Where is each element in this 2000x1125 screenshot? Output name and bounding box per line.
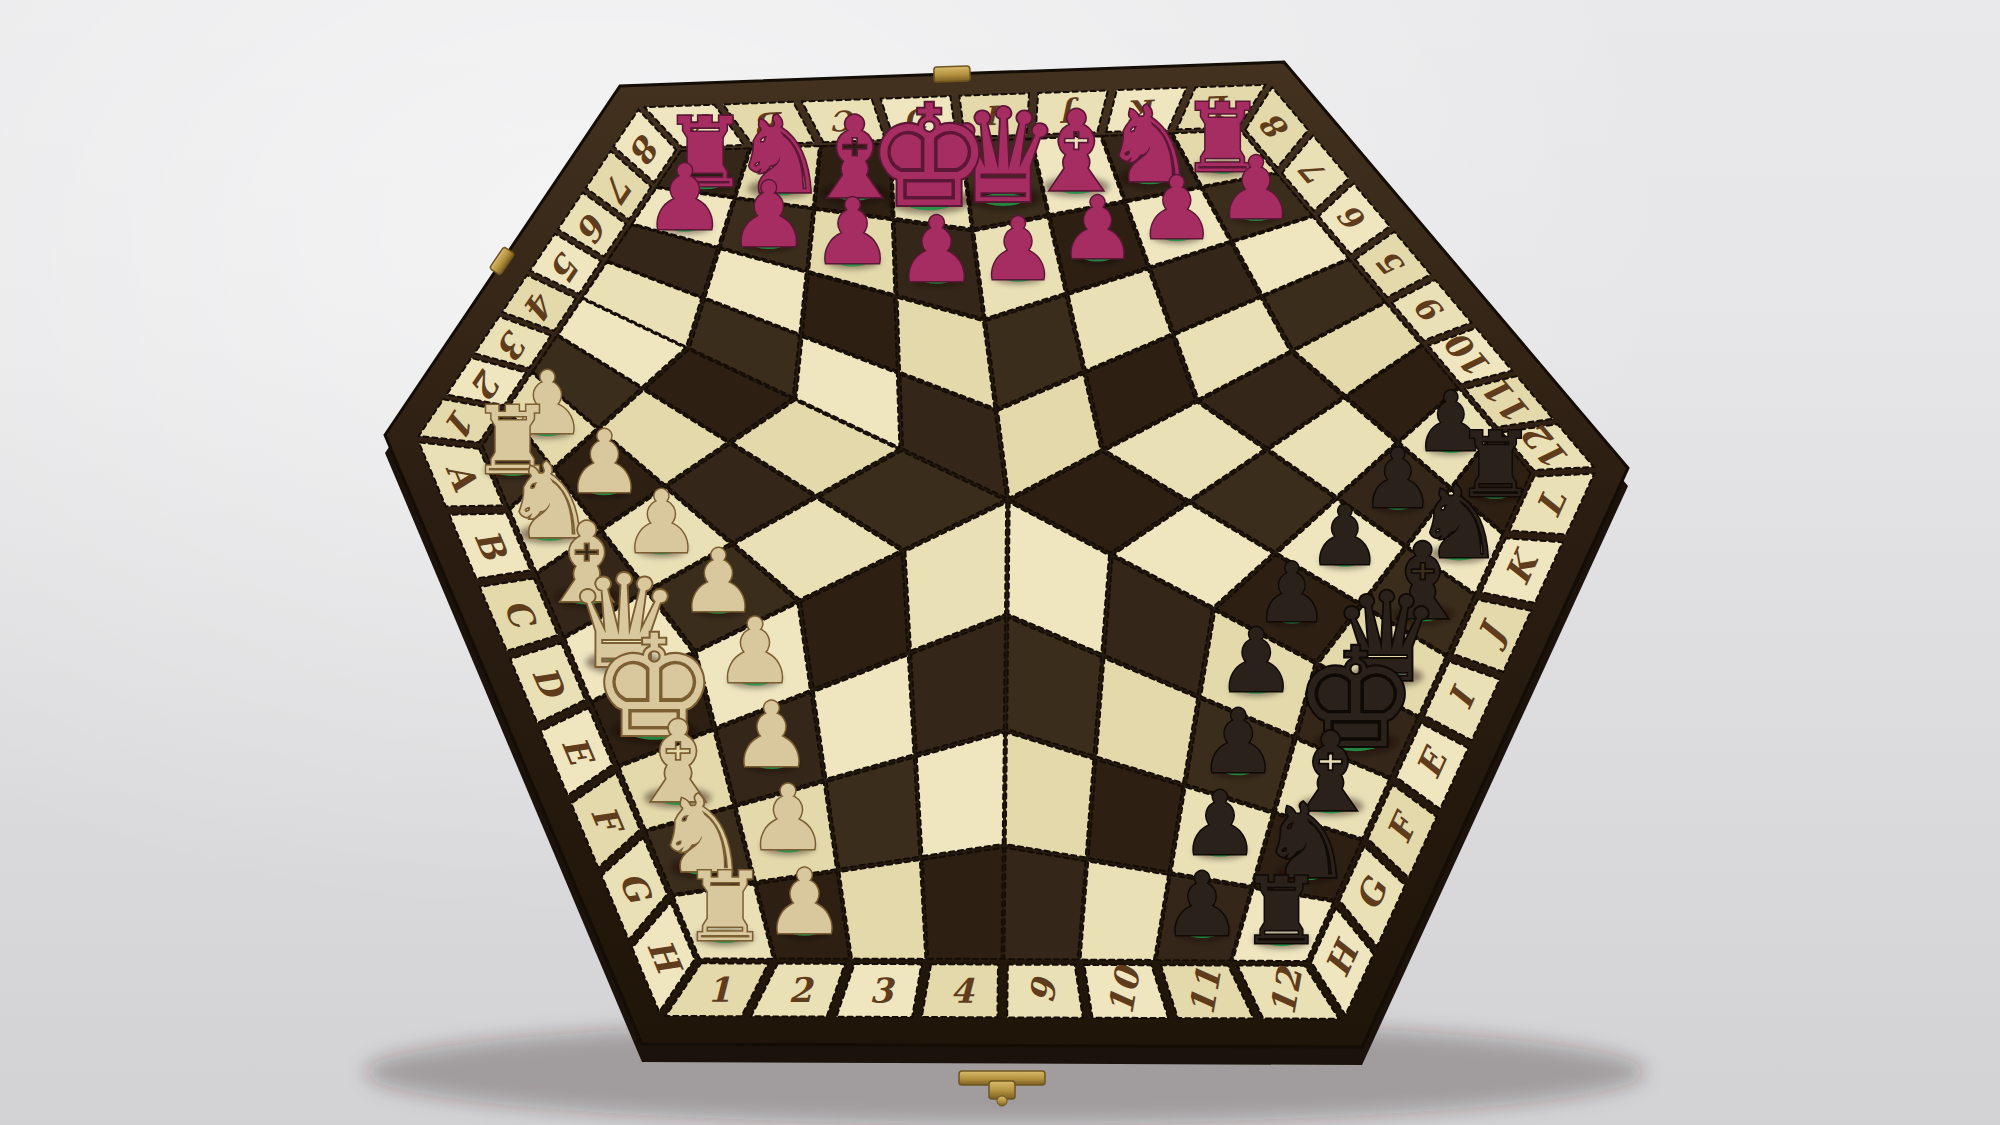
rook-glyph: ♜ [682,851,768,962]
pawn-glyph: ♟ [1138,158,1215,258]
rook-glyph: ♜ [1240,857,1323,965]
pawn-glyph: ♟ [1163,854,1242,956]
piece-magenta-P-J2[interactable]: ♟ [1059,178,1136,278]
piece-natural-R-H1[interactable]: ♜ [682,851,768,962]
pawn-glyph: ♟ [812,180,893,284]
piece-magenta-P-B2[interactable]: ♟ [728,163,809,267]
pawn-glyph: ♟ [896,198,977,302]
pawn-glyph: ♟ [1059,178,1136,278]
edge-label-bottom-6: 11 [1181,965,1229,1019]
pawn-glyph: ♟ [980,199,1057,299]
piece-dark-R-H1[interactable]: ♜ [1240,857,1323,965]
piece-dark-P-H2[interactable]: ♟ [1163,854,1242,956]
photo-background: 87654321ABCDEFGH12349101112LKJIEFGH87659… [0,0,2000,1125]
bottom-latch-knob [997,1096,1007,1106]
piece-magenta-P-I2[interactable]: ♟ [980,199,1057,299]
pawn-glyph: ♟ [645,146,726,250]
cell-dark-H3[interactable] [1081,862,1169,960]
pawn-glyph: ♟ [728,163,809,267]
piece-magenta-P-A2[interactable]: ♟ [645,146,726,250]
piece-magenta-P-K2[interactable]: ♟ [1138,158,1215,258]
three-player-chessboard: 87654321ABCDEFGH12349101112LKJIEFGH87659… [0,0,2000,1125]
pawn-glyph: ♟ [1218,138,1295,238]
piece-magenta-P-C2[interactable]: ♟ [812,180,893,284]
cell-natural-H4[interactable] [923,848,1003,959]
edge-label-bottom-7: 12 [1262,963,1310,1019]
piece-magenta-P-D2[interactable]: ♟ [896,198,977,302]
edge-label-bottom-1: 2 [788,970,814,1010]
cell-dark-H4[interactable] [1004,848,1085,960]
edge-label-bottom-0: 1 [707,970,731,1010]
piece-magenta-P-L2[interactable]: ♟ [1218,138,1295,238]
piece-natural-P-H2[interactable]: ♟ [765,850,845,954]
pawn-glyph: ♟ [765,850,845,954]
edge-label-bottom-3: 4 [950,971,975,1011]
cell-natural-H3[interactable] [840,860,926,959]
edge-label-bottom-2: 3 [869,970,895,1010]
